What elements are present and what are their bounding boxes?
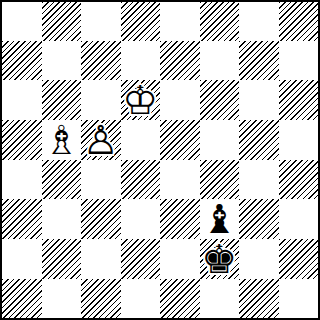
square-c1[interactable] bbox=[81, 279, 121, 318]
square-e6[interactable] bbox=[160, 80, 200, 120]
square-f2[interactable]: ♚♚ bbox=[200, 239, 240, 279]
white-king-silhouette: ♚ bbox=[122, 80, 158, 120]
black-bishop[interactable]: ♝♝ bbox=[200, 199, 240, 239]
square-a2[interactable] bbox=[2, 239, 42, 279]
square-c2[interactable] bbox=[81, 239, 121, 279]
square-a7[interactable] bbox=[2, 41, 42, 80]
square-d6[interactable]: ♚♔ bbox=[121, 80, 161, 120]
square-g5[interactable] bbox=[239, 120, 279, 160]
square-e2[interactable] bbox=[160, 239, 200, 279]
white-pawn-silhouette: ♟ bbox=[83, 120, 119, 160]
square-b4[interactable] bbox=[42, 160, 82, 199]
white-king[interactable]: ♚♔ bbox=[121, 80, 161, 120]
white-bishop[interactable]: ♝♗ bbox=[42, 120, 82, 160]
square-h8[interactable] bbox=[279, 2, 319, 41]
black-bishop-silhouette: ♝ bbox=[201, 199, 237, 239]
square-g3[interactable] bbox=[239, 199, 279, 239]
square-a1[interactable] bbox=[2, 279, 42, 318]
square-f5[interactable] bbox=[200, 120, 240, 160]
white-pawn[interactable]: ♟♙ bbox=[81, 120, 121, 160]
square-e5[interactable] bbox=[160, 120, 200, 160]
square-f3[interactable]: ♝♝ bbox=[200, 199, 240, 239]
square-e7[interactable] bbox=[160, 41, 200, 80]
chess-board: ♚♔♝♗♟♙♝♝♚♚ bbox=[0, 0, 320, 320]
square-h7[interactable] bbox=[279, 41, 319, 80]
square-e4[interactable] bbox=[160, 160, 200, 199]
square-b3[interactable] bbox=[42, 199, 82, 239]
square-c5[interactable]: ♟♙ bbox=[81, 120, 121, 160]
square-c6[interactable] bbox=[81, 80, 121, 120]
square-h4[interactable] bbox=[279, 160, 319, 199]
square-h6[interactable] bbox=[279, 80, 319, 120]
square-f4[interactable] bbox=[200, 160, 240, 199]
square-e3[interactable] bbox=[160, 199, 200, 239]
square-g7[interactable] bbox=[239, 41, 279, 80]
square-d4[interactable] bbox=[121, 160, 161, 199]
square-c4[interactable] bbox=[81, 160, 121, 199]
white-king-glyph: ♔ bbox=[122, 80, 158, 120]
square-d2[interactable] bbox=[121, 239, 161, 279]
square-b1[interactable] bbox=[42, 279, 82, 318]
square-d1[interactable] bbox=[121, 279, 161, 318]
white-bishop-silhouette: ♝ bbox=[43, 120, 79, 160]
square-c3[interactable] bbox=[81, 199, 121, 239]
square-d7[interactable] bbox=[121, 41, 161, 80]
square-h3[interactable] bbox=[279, 199, 319, 239]
square-g6[interactable] bbox=[239, 80, 279, 120]
square-g2[interactable] bbox=[239, 239, 279, 279]
square-e8[interactable] bbox=[160, 2, 200, 41]
square-a5[interactable] bbox=[2, 120, 42, 160]
black-king[interactable]: ♚♚ bbox=[200, 239, 240, 279]
square-h5[interactable] bbox=[279, 120, 319, 160]
square-a3[interactable] bbox=[2, 199, 42, 239]
square-b8[interactable] bbox=[42, 2, 82, 41]
square-a6[interactable] bbox=[2, 80, 42, 120]
black-king-silhouette: ♚ bbox=[201, 239, 237, 279]
square-c7[interactable] bbox=[81, 41, 121, 80]
square-d8[interactable] bbox=[121, 2, 161, 41]
square-b6[interactable] bbox=[42, 80, 82, 120]
square-e1[interactable] bbox=[160, 279, 200, 318]
square-h1[interactable] bbox=[279, 279, 319, 318]
square-g4[interactable] bbox=[239, 160, 279, 199]
square-b5[interactable]: ♝♗ bbox=[42, 120, 82, 160]
white-bishop-glyph: ♗ bbox=[43, 120, 79, 160]
square-c8[interactable] bbox=[81, 2, 121, 41]
white-pawn-glyph: ♙ bbox=[83, 120, 119, 160]
square-d5[interactable] bbox=[121, 120, 161, 160]
square-f8[interactable] bbox=[200, 2, 240, 41]
square-a4[interactable] bbox=[2, 160, 42, 199]
square-f7[interactable] bbox=[200, 41, 240, 80]
square-h2[interactable] bbox=[279, 239, 319, 279]
square-a8[interactable] bbox=[2, 2, 42, 41]
black-king-glyph: ♚ bbox=[201, 239, 237, 279]
square-b7[interactable] bbox=[42, 41, 82, 80]
square-f6[interactable] bbox=[200, 80, 240, 120]
square-f1[interactable] bbox=[200, 279, 240, 318]
square-g8[interactable] bbox=[239, 2, 279, 41]
black-bishop-glyph: ♝ bbox=[201, 199, 237, 239]
square-d3[interactable] bbox=[121, 199, 161, 239]
square-b2[interactable] bbox=[42, 239, 82, 279]
square-g1[interactable] bbox=[239, 279, 279, 318]
